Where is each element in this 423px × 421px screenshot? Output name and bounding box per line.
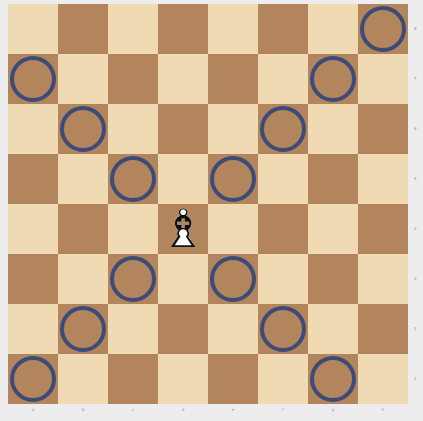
file-label-b: b: [82, 408, 85, 412]
square-d4[interactable]: ♝♗: [158, 204, 208, 254]
square-a4[interactable]: [8, 204, 58, 254]
move-circle-a1: [10, 356, 56, 402]
square-f7[interactable]: [258, 54, 308, 104]
square-a8[interactable]: [8, 4, 58, 54]
file-label-h: h: [382, 408, 385, 412]
square-b7[interactable]: [58, 54, 108, 104]
square-b8[interactable]: [58, 4, 108, 54]
square-h4[interactable]: [358, 204, 408, 254]
rank-labels: 87654321: [407, 4, 423, 404]
move-circle-c3: [110, 256, 156, 302]
white-bishop-outline-glyph: ♗: [158, 204, 208, 254]
file-label-c: c: [132, 408, 134, 412]
square-c6[interactable]: [108, 104, 158, 154]
square-d3[interactable]: [158, 254, 208, 304]
chess-board: ♝♗: [8, 4, 408, 404]
file-label-d: d: [182, 408, 185, 412]
square-h1[interactable]: [358, 354, 408, 404]
square-b4[interactable]: [58, 204, 108, 254]
file-labels: abcdefgh: [8, 404, 408, 421]
square-e3[interactable]: [208, 254, 258, 304]
square-b6[interactable]: [58, 104, 108, 154]
square-a2[interactable]: [8, 304, 58, 354]
white-bishop[interactable]: ♝♗: [158, 204, 208, 254]
square-c2[interactable]: [108, 304, 158, 354]
square-g7[interactable]: [308, 54, 358, 104]
square-a5[interactable]: [8, 154, 58, 204]
move-circle-g1: [310, 356, 356, 402]
rank-label-8: 8: [414, 27, 417, 31]
rank-label-1: 1: [414, 377, 417, 381]
square-h7[interactable]: [358, 54, 408, 104]
square-g4[interactable]: [308, 204, 358, 254]
square-d8[interactable]: [158, 4, 208, 54]
file-label-a: a: [32, 408, 34, 412]
square-e5[interactable]: [208, 154, 258, 204]
square-a1[interactable]: [8, 354, 58, 404]
square-c7[interactable]: [108, 54, 158, 104]
square-h6[interactable]: [358, 104, 408, 154]
square-c3[interactable]: [108, 254, 158, 304]
rank-label-2: 2: [414, 327, 417, 331]
square-d7[interactable]: [158, 54, 208, 104]
square-b1[interactable]: [58, 354, 108, 404]
square-g6[interactable]: [308, 104, 358, 154]
square-d2[interactable]: [158, 304, 208, 354]
square-f3[interactable]: [258, 254, 308, 304]
square-a3[interactable]: [8, 254, 58, 304]
square-b2[interactable]: [58, 304, 108, 354]
square-g1[interactable]: [308, 354, 358, 404]
square-e7[interactable]: [208, 54, 258, 104]
move-circle-f6: [260, 106, 306, 152]
square-d5[interactable]: [158, 154, 208, 204]
square-b3[interactable]: [58, 254, 108, 304]
rank-label-6: 6: [414, 127, 417, 131]
file-label-f: f: [282, 408, 283, 412]
square-e6[interactable]: [208, 104, 258, 154]
square-g3[interactable]: [308, 254, 358, 304]
square-c1[interactable]: [108, 354, 158, 404]
square-d6[interactable]: [158, 104, 208, 154]
file-label-g: g: [332, 408, 335, 412]
file-label-e: e: [232, 408, 234, 412]
square-f4[interactable]: [258, 204, 308, 254]
move-circle-b6: [60, 106, 106, 152]
square-e1[interactable]: [208, 354, 258, 404]
square-e8[interactable]: [208, 4, 258, 54]
rank-label-5: 5: [414, 177, 417, 181]
square-d1[interactable]: [158, 354, 208, 404]
square-f2[interactable]: [258, 304, 308, 354]
move-circle-e5: [210, 156, 256, 202]
square-h5[interactable]: [358, 154, 408, 204]
rank-label-4: 4: [414, 227, 417, 231]
square-g5[interactable]: [308, 154, 358, 204]
square-g2[interactable]: [308, 304, 358, 354]
chess-widget: ♝♗ abcdefgh 87654321: [0, 0, 423, 421]
move-circle-e3: [210, 256, 256, 302]
rank-label-3: 3: [414, 277, 417, 281]
move-circle-b2: [60, 306, 106, 352]
move-circle-g7: [310, 56, 356, 102]
move-circle-c5: [110, 156, 156, 202]
move-circle-f2: [260, 306, 306, 352]
move-circle-h8: [360, 6, 406, 52]
square-h3[interactable]: [358, 254, 408, 304]
square-a6[interactable]: [8, 104, 58, 154]
square-g8[interactable]: [308, 4, 358, 54]
square-e2[interactable]: [208, 304, 258, 354]
square-c4[interactable]: [108, 204, 158, 254]
square-f5[interactable]: [258, 154, 308, 204]
rank-label-7: 7: [414, 77, 417, 81]
square-h8[interactable]: [358, 4, 408, 54]
square-e4[interactable]: [208, 204, 258, 254]
square-a7[interactable]: [8, 54, 58, 104]
square-f6[interactable]: [258, 104, 308, 154]
square-h2[interactable]: [358, 304, 408, 354]
square-c5[interactable]: [108, 154, 158, 204]
square-b5[interactable]: [58, 154, 108, 204]
square-f1[interactable]: [258, 354, 308, 404]
square-f8[interactable]: [258, 4, 308, 54]
square-c8[interactable]: [108, 4, 158, 54]
move-circle-a7: [10, 56, 56, 102]
